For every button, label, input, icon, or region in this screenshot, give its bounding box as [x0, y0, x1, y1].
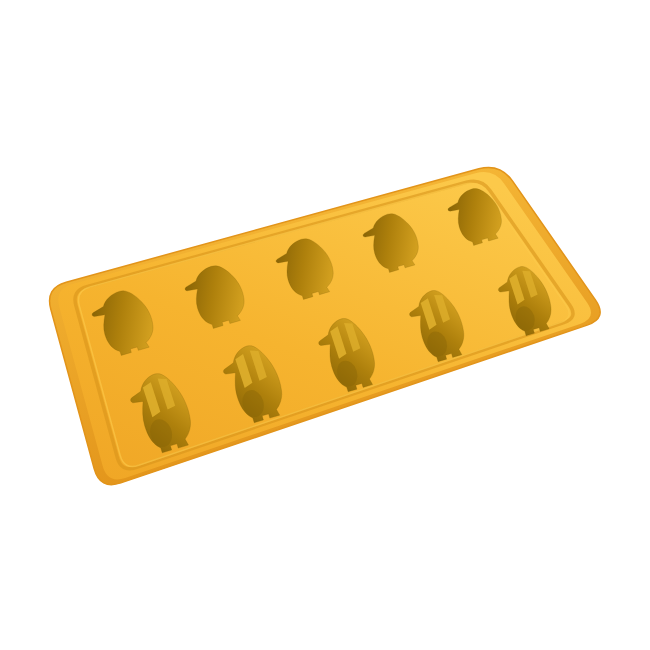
tray-illustration: [0, 0, 650, 650]
product-photo: [0, 0, 650, 650]
